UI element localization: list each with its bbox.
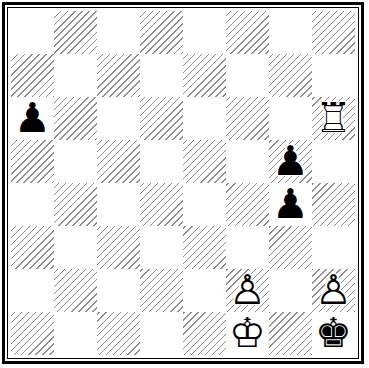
black-pawn-backing: ♟: [269, 140, 312, 183]
square-e3[interactable]: [183, 226, 226, 269]
piece-black-pawn: ♟: [269, 140, 312, 183]
square-h5[interactable]: [312, 140, 355, 183]
square-d3[interactable]: [140, 226, 183, 269]
piece-white-pawn: ♙: [226, 269, 269, 312]
square-e7[interactable]: [183, 54, 226, 97]
chess-board: ♟♟♜♖♟♟♟♟♟♙♟♙♚♔♚♚: [11, 11, 355, 355]
piece-white-king: ♔: [226, 312, 269, 355]
square-b5[interactable]: [54, 140, 97, 183]
square-b2[interactable]: [54, 269, 97, 312]
square-d4[interactable]: [140, 183, 183, 226]
square-b4[interactable]: [54, 183, 97, 226]
square-a2[interactable]: [11, 269, 54, 312]
square-g4[interactable]: ♟♟: [269, 183, 312, 226]
black-king-backing: ♚: [312, 312, 355, 355]
white-rook-backing: ♜: [312, 97, 355, 140]
square-e8[interactable]: [183, 11, 226, 54]
square-c5[interactable]: [97, 140, 140, 183]
square-f1[interactable]: ♚♔: [226, 312, 269, 355]
square-b1[interactable]: [54, 312, 97, 355]
square-c7[interactable]: [97, 54, 140, 97]
square-e2[interactable]: [183, 269, 226, 312]
white-king-backing: ♚: [226, 312, 269, 355]
square-h6[interactable]: ♜♖: [312, 97, 355, 140]
square-g8[interactable]: [269, 11, 312, 54]
square-g7[interactable]: [269, 54, 312, 97]
square-c8[interactable]: [97, 11, 140, 54]
square-f7[interactable]: [226, 54, 269, 97]
square-d6[interactable]: [140, 97, 183, 140]
square-c6[interactable]: [97, 97, 140, 140]
square-h4[interactable]: [312, 183, 355, 226]
square-a6[interactable]: ♟♟: [11, 97, 54, 140]
board-outer-frame: ♟♟♜♖♟♟♟♟♟♙♟♙♚♔♚♚: [2, 2, 364, 364]
square-g5[interactable]: ♟♟: [269, 140, 312, 183]
board-inner-frame: ♟♟♜♖♟♟♟♟♟♙♟♙♚♔♚♚: [7, 7, 359, 359]
square-d2[interactable]: [140, 269, 183, 312]
piece-white-rook: ♖: [312, 97, 355, 140]
square-b6[interactable]: [54, 97, 97, 140]
square-d1[interactable]: [140, 312, 183, 355]
square-c2[interactable]: [97, 269, 140, 312]
piece-white-pawn: ♙: [312, 269, 355, 312]
square-h8[interactable]: [312, 11, 355, 54]
white-pawn-backing: ♟: [312, 269, 355, 312]
square-a8[interactable]: [11, 11, 54, 54]
square-d7[interactable]: [140, 54, 183, 97]
square-f3[interactable]: [226, 226, 269, 269]
black-pawn-backing: ♟: [269, 183, 312, 226]
square-g2[interactable]: [269, 269, 312, 312]
square-d5[interactable]: [140, 140, 183, 183]
piece-black-pawn: ♟: [11, 97, 54, 140]
square-f5[interactable]: [226, 140, 269, 183]
square-c4[interactable]: [97, 183, 140, 226]
square-h1[interactable]: ♚♚: [312, 312, 355, 355]
square-a4[interactable]: [11, 183, 54, 226]
square-c3[interactable]: [97, 226, 140, 269]
square-c1[interactable]: [97, 312, 140, 355]
square-a1[interactable]: [11, 312, 54, 355]
square-e1[interactable]: [183, 312, 226, 355]
square-h7[interactable]: [312, 54, 355, 97]
white-pawn-backing: ♟: [226, 269, 269, 312]
square-a3[interactable]: [11, 226, 54, 269]
square-e6[interactable]: [183, 97, 226, 140]
black-pawn-backing: ♟: [11, 97, 54, 140]
square-f2[interactable]: ♟♙: [226, 269, 269, 312]
square-d8[interactable]: [140, 11, 183, 54]
square-e5[interactable]: [183, 140, 226, 183]
square-h3[interactable]: [312, 226, 355, 269]
square-f8[interactable]: [226, 11, 269, 54]
piece-black-king: ♚: [312, 312, 355, 355]
piece-black-pawn: ♟: [269, 183, 312, 226]
square-h2[interactable]: ♟♙: [312, 269, 355, 312]
square-b7[interactable]: [54, 54, 97, 97]
square-a7[interactable]: [11, 54, 54, 97]
square-e4[interactable]: [183, 183, 226, 226]
chess-diagram: ♟♟♜♖♟♟♟♟♟♙♟♙♚♔♚♚: [0, 0, 369, 368]
square-g1[interactable]: [269, 312, 312, 355]
square-f4[interactable]: [226, 183, 269, 226]
square-f6[interactable]: [226, 97, 269, 140]
square-b3[interactable]: [54, 226, 97, 269]
square-b8[interactable]: [54, 11, 97, 54]
square-a5[interactable]: [11, 140, 54, 183]
square-g3[interactable]: [269, 226, 312, 269]
square-g6[interactable]: [269, 97, 312, 140]
